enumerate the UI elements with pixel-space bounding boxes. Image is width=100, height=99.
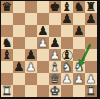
- piece-black-pawn-f7[interactable]: ♟: [61, 13, 73, 25]
- square-g1[interactable]: [73, 85, 85, 97]
- square-b6[interactable]: [13, 25, 25, 37]
- square-c3[interactable]: ♟: [25, 61, 37, 73]
- square-f1[interactable]: [61, 85, 73, 97]
- square-d3[interactable]: [37, 61, 49, 73]
- square-f6[interactable]: [61, 25, 73, 37]
- square-b2[interactable]: [13, 73, 25, 85]
- square-g6[interactable]: ♟: [73, 25, 85, 37]
- piece-white-pawn-d5[interactable]: ♟: [37, 37, 49, 49]
- square-g8[interactable]: ♞: [73, 1, 85, 13]
- square-b5[interactable]: [13, 37, 25, 49]
- piece-white-rook-h1[interactable]: ♜: [85, 85, 97, 97]
- square-b8[interactable]: [13, 1, 25, 13]
- piece-white-king-e1[interactable]: ♚: [49, 85, 61, 97]
- piece-black-pawn-h7[interactable]: ♟: [85, 13, 97, 25]
- chess-board: ♛♚♝♞♜♟♟♟♟♞♟♟♝♟♟♝♟♟♝♞♞♛♟♟♟♜♚♜: [1, 1, 97, 97]
- piece-white-pawn-g2[interactable]: ♟: [73, 73, 85, 85]
- square-h5[interactable]: [85, 37, 97, 49]
- square-f7[interactable]: ♟: [61, 13, 73, 25]
- square-g5[interactable]: [73, 37, 85, 49]
- square-d8[interactable]: [37, 1, 49, 13]
- piece-black-pawn-g6[interactable]: ♟: [73, 25, 85, 37]
- square-b1[interactable]: [13, 85, 25, 97]
- square-g2[interactable]: ♟: [73, 73, 85, 85]
- square-h6[interactable]: [85, 25, 97, 37]
- board-frame: ♛♚♝♞♜♟♟♟♟♞♟♟♝♟♟♝♟♟♝♞♞♛♟♟♟♜♚♜: [0, 0, 100, 99]
- square-h7[interactable]: ♟: [85, 13, 97, 25]
- square-a1[interactable]: ♜: [1, 85, 13, 97]
- square-c6[interactable]: [25, 25, 37, 37]
- square-a3[interactable]: [1, 61, 13, 73]
- square-c7[interactable]: [25, 13, 37, 25]
- square-e7[interactable]: [49, 13, 61, 25]
- piece-white-pawn-c3[interactable]: ♟: [25, 61, 37, 73]
- square-c1[interactable]: [25, 85, 37, 97]
- piece-white-rook-a1[interactable]: ♜: [1, 85, 13, 97]
- square-h4[interactable]: [85, 49, 97, 61]
- square-e1[interactable]: ♚: [49, 85, 61, 97]
- piece-black-bishop-a4[interactable]: ♝: [1, 49, 13, 61]
- square-d1[interactable]: [37, 85, 49, 97]
- square-b7[interactable]: [13, 13, 25, 25]
- square-a8[interactable]: ♛: [1, 1, 13, 13]
- square-h1[interactable]: ♜: [85, 85, 97, 97]
- square-c8[interactable]: [25, 1, 37, 13]
- square-a4[interactable]: ♝: [1, 49, 13, 61]
- square-e8[interactable]: ♚: [49, 1, 61, 13]
- piece-black-pawn-b3[interactable]: ♟: [13, 61, 25, 73]
- piece-black-queen-a8[interactable]: ♛: [1, 1, 13, 13]
- square-d4[interactable]: [37, 49, 49, 61]
- square-c2[interactable]: [25, 73, 37, 85]
- square-d2[interactable]: [37, 73, 49, 85]
- piece-black-king-e8[interactable]: ♚: [49, 1, 61, 13]
- square-d5[interactable]: ♟: [37, 37, 49, 49]
- square-f2[interactable]: ♟: [61, 73, 73, 85]
- square-a7[interactable]: [1, 13, 13, 25]
- piece-white-pawn-f2[interactable]: ♟: [61, 73, 73, 85]
- square-b3[interactable]: ♟: [13, 61, 25, 73]
- piece-black-knight-g8[interactable]: ♞: [73, 1, 85, 13]
